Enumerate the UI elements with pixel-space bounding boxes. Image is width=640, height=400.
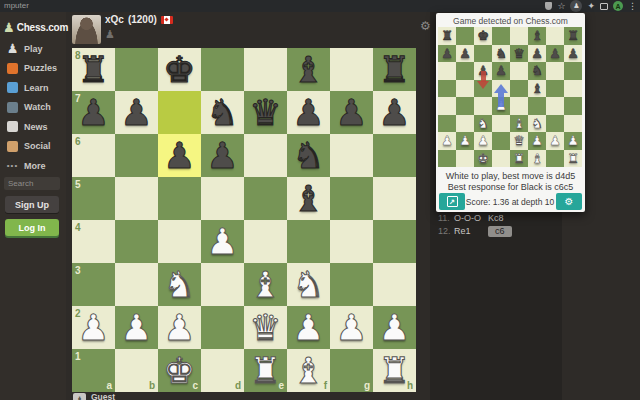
mini-piece-black-a8: ♜ <box>438 27 456 45</box>
rank-label-4: 4 <box>75 222 81 233</box>
square-e5[interactable] <box>244 177 287 220</box>
square-f7[interactable]: ♟ <box>287 91 330 134</box>
piece-black-f5: ♝ <box>287 177 330 220</box>
mini-square-f7: ♟ <box>528 45 546 63</box>
shield-icon[interactable] <box>545 2 552 10</box>
sidebar-item-label: Learn <box>24 83 49 93</box>
file-label-g: g <box>364 380 370 391</box>
mini-square-f1: ♝ <box>528 150 546 168</box>
social-icon <box>7 141 18 152</box>
sidebar-item-label: News <box>24 122 48 132</box>
sidebar-item-social[interactable]: Social <box>0 137 66 157</box>
piece-black-a8: ♜ <box>72 48 115 91</box>
square-d5[interactable] <box>201 177 244 220</box>
mini-square-b5 <box>456 80 474 98</box>
square-g6[interactable] <box>330 134 373 177</box>
mini-piece-white-g2: ♟ <box>546 132 564 150</box>
canada-flag-icon <box>161 16 173 24</box>
square-a7[interactable]: 7♟ <box>72 91 115 134</box>
mini-square-c7 <box>474 45 492 63</box>
square-e3[interactable]: ♝ <box>244 263 287 306</box>
sidebar: ♟ Chess.com ♟ Play Puzzles Learn Watch <box>0 12 66 400</box>
square-g8[interactable] <box>330 48 373 91</box>
piece-black-b7: ♟ <box>115 91 158 134</box>
piece-black-h8: ♜ <box>373 48 416 91</box>
square-b5[interactable] <box>115 177 158 220</box>
piece-white-c2: ♟ <box>158 306 201 349</box>
square-b6[interactable] <box>115 134 158 177</box>
sidebar-item-label: Play <box>24 44 43 54</box>
mini-square-d8 <box>492 27 510 45</box>
piece-white-d4: ♟ <box>201 220 244 263</box>
sidebar-item-label: Social <box>24 141 51 151</box>
captured-pieces: ♟ <box>105 28 115 41</box>
piece-black-g7: ♟ <box>330 91 373 134</box>
sidebar-item-puzzles[interactable]: Puzzles <box>0 59 66 79</box>
mini-square-a1 <box>438 150 456 168</box>
mini-square-c2: ♟ <box>474 132 492 150</box>
mini-piece-black-h8: ♜ <box>564 27 582 45</box>
sidebar-item-news[interactable]: News <box>0 117 66 137</box>
square-h1[interactable]: h♜ <box>373 349 416 392</box>
login-button[interactable]: Log In <box>5 219 59 236</box>
mini-piece-black-b7: ♟ <box>456 45 474 63</box>
mini-square-h7: ♟ <box>564 45 582 63</box>
square-a2[interactable]: 2♟ <box>72 306 115 349</box>
news-icon <box>7 121 18 132</box>
piece-white-f1: ♝ <box>287 349 330 392</box>
square-b1[interactable]: b <box>115 349 158 392</box>
search-input[interactable] <box>4 177 60 190</box>
browser-topbar: mputer ☆ ♟ ✦ A ⋮ <box>0 0 640 12</box>
mini-square-d1 <box>492 150 510 168</box>
piece-black-c6: ♟ <box>158 134 201 177</box>
mini-square-e8 <box>510 27 528 45</box>
sidebar-item-more[interactable]: ••• More <box>0 156 66 176</box>
piece-black-c8: ♚ <box>158 48 201 91</box>
sidebar-item-label: More <box>24 161 46 171</box>
piece-white-c3: ♞ <box>158 263 201 306</box>
file-label-a: a <box>106 380 112 391</box>
mini-square-e4 <box>510 97 528 115</box>
extension-active-icon[interactable]: ♟ <box>570 0 582 12</box>
mini-piece-white-h1: ♜ <box>564 150 582 168</box>
square-e8[interactable] <box>244 48 287 91</box>
mini-piece-white-h2: ♟ <box>564 132 582 150</box>
mini-square-d7: ♞ <box>492 45 510 63</box>
piece-white-f3: ♞ <box>287 263 330 306</box>
player-username[interactable]: Guest <box>91 392 115 400</box>
mini-square-a3 <box>438 115 456 133</box>
move-black-selected[interactable]: c6 <box>488 226 512 237</box>
mini-square-e5 <box>510 80 528 98</box>
mini-square-b8 <box>456 27 474 45</box>
square-e4[interactable] <box>244 220 287 263</box>
profile-avatar-icon[interactable]: A <box>613 1 623 11</box>
file-label-d: d <box>235 380 241 391</box>
mini-piece-white-e3: ♝ <box>510 115 528 133</box>
open-external-icon: ↗ <box>447 196 458 207</box>
logo-text: Chess.com <box>17 22 69 33</box>
move-white[interactable]: O-O-O <box>454 213 488 223</box>
mini-piece-white-f2: ♟ <box>528 132 546 150</box>
best-move-text: White to play, best move is d4d5 <box>436 171 585 181</box>
mini-square-e6 <box>510 62 528 80</box>
sidebar-item-learn[interactable]: Learn <box>0 78 66 98</box>
mini-square-h4 <box>564 97 582 115</box>
mini-square-b2: ♟ <box>456 132 474 150</box>
piece-black-a7: ♟ <box>72 91 115 134</box>
piece-black-f8: ♝ <box>287 48 330 91</box>
mini-square-d6: ♟ <box>492 62 510 80</box>
mini-square-f2: ♟ <box>528 132 546 150</box>
square-e1[interactable]: e♜ <box>244 349 287 392</box>
mini-square-h2: ♟ <box>564 132 582 150</box>
mini-piece-white-e1: ♜ <box>510 150 528 168</box>
square-h6[interactable] <box>373 134 416 177</box>
mini-square-c1: ♚ <box>474 150 492 168</box>
mini-square-a8: ♜ <box>438 27 456 45</box>
square-d8[interactable] <box>201 48 244 91</box>
mini-square-c4 <box>474 97 492 115</box>
sidebar-item-label: Watch <box>24 102 51 112</box>
response-arrow-head <box>477 81 489 89</box>
mini-square-e1: ♜ <box>510 150 528 168</box>
mini-square-g1 <box>546 150 564 168</box>
piece-white-e2: ♛ <box>244 306 287 349</box>
mini-square-c3: ♞ <box>474 115 492 133</box>
square-e7[interactable]: ♛ <box>244 91 287 134</box>
square-f1[interactable]: f♝ <box>287 349 330 392</box>
square-c4[interactable] <box>158 220 201 263</box>
play-icon: ♟ <box>7 43 19 54</box>
square-f6[interactable]: ♞ <box>287 134 330 177</box>
mini-square-g2: ♟ <box>546 132 564 150</box>
mini-square-b1 <box>456 150 474 168</box>
mini-square-b6 <box>456 62 474 80</box>
sidebar-item-play[interactable]: ♟ Play <box>0 39 66 59</box>
mini-piece-white-e2: ♛ <box>510 132 528 150</box>
square-f2[interactable]: ♟ <box>287 306 330 349</box>
mini-square-c8: ♚ <box>474 27 492 45</box>
extensions-puzzle-icon[interactable]: ✦ <box>587 1 595 11</box>
square-d3[interactable] <box>201 263 244 306</box>
piece-white-e1: ♜ <box>244 349 287 392</box>
popup-settings-button[interactable]: ⚙ <box>556 193 582 210</box>
opponent-name-row: xQc (1200) <box>105 14 173 25</box>
square-d4[interactable]: ♟ <box>201 220 244 263</box>
move-white[interactable]: Re1 <box>454 226 488 236</box>
file-label-b: b <box>149 380 155 391</box>
square-a4[interactable]: 4 <box>72 220 115 263</box>
browser-tab-title[interactable]: mputer <box>4 1 29 10</box>
chesscom-logo[interactable]: ♟ Chess.com <box>3 20 68 35</box>
mini-square-h8: ♜ <box>564 27 582 45</box>
square-h3[interactable] <box>373 263 416 306</box>
square-g4[interactable] <box>330 220 373 263</box>
piece-white-c1: ♚ <box>158 349 201 392</box>
rank-label-3: 3 <box>75 265 81 276</box>
mini-square-f6: ♞ <box>528 62 546 80</box>
mini-square-h5 <box>564 80 582 98</box>
mini-square-g5 <box>546 80 564 98</box>
square-f5[interactable]: ♝ <box>287 177 330 220</box>
piece-white-e3: ♝ <box>244 263 287 306</box>
piece-black-d7: ♞ <box>201 91 244 134</box>
square-f4[interactable] <box>287 220 330 263</box>
mini-square-d3 <box>492 115 510 133</box>
mini-piece-white-b2: ♟ <box>456 132 474 150</box>
mini-square-h1: ♜ <box>564 150 582 168</box>
square-b4[interactable] <box>115 220 158 263</box>
move-row-12: 12. Re1 c6 <box>438 225 512 237</box>
square-d6[interactable]: ♟ <box>201 134 244 177</box>
mini-piece-black-f8: ♝ <box>528 27 546 45</box>
piece-white-h1: ♜ <box>373 349 416 392</box>
piece-white-b2: ♟ <box>115 306 158 349</box>
mini-square-f3: ♞ <box>528 115 546 133</box>
mini-piece-black-d6: ♟ <box>492 62 510 80</box>
mini-piece-white-c1: ♚ <box>474 150 492 168</box>
piece-white-g2: ♟ <box>330 306 373 349</box>
analysis-mini-board: ♜♚♝♜♟♟♞♛♟♟♟♟♟♞♝♟♞♝♞♟♟♟♛♟♟♟♚♜♝♜ <box>438 27 582 167</box>
piece-black-f6: ♞ <box>287 134 330 177</box>
square-b2[interactable]: ♟ <box>115 306 158 349</box>
square-h4[interactable] <box>373 220 416 263</box>
logo-pawn-icon: ♟ <box>3 20 15 35</box>
sidebar-nav: ♟ Play Puzzles Learn Watch News Socia <box>0 39 66 176</box>
mini-piece-black-f5: ♝ <box>528 80 546 98</box>
piece-black-e7: ♛ <box>244 91 287 134</box>
mini-square-f8: ♝ <box>528 27 546 45</box>
mini-square-d2 <box>492 132 510 150</box>
mini-square-h3 <box>564 115 582 133</box>
mini-square-g3 <box>546 115 564 133</box>
mini-square-g7: ♟ <box>546 45 564 63</box>
puzzles-icon <box>7 63 18 74</box>
piece-white-f2: ♟ <box>287 306 330 349</box>
square-g7[interactable]: ♟ <box>330 91 373 134</box>
square-e6[interactable] <box>244 134 287 177</box>
mini-square-h6 <box>564 62 582 80</box>
square-g5[interactable] <box>330 177 373 220</box>
square-b3[interactable] <box>115 263 158 306</box>
square-b7[interactable]: ♟ <box>115 91 158 134</box>
more-dots-icon: ••• <box>7 160 18 171</box>
extension-popup: Game detected on Chess.com ♜♚♝♜♟♟♞♛♟♟♟♟♟… <box>436 13 585 212</box>
mini-piece-black-f7: ♟ <box>528 45 546 63</box>
mini-piece-black-h7: ♟ <box>564 45 582 63</box>
square-a5[interactable]: 5 <box>72 177 115 220</box>
move-row-11: 11. O-O-O Kc8 <box>438 212 504 224</box>
browser-toolbar-icons: ☆ ♟ ✦ A ⋮ <box>545 0 637 12</box>
square-c2[interactable]: ♟ <box>158 306 201 349</box>
square-b8[interactable] <box>115 48 158 91</box>
square-e2[interactable]: ♛ <box>244 306 287 349</box>
square-c1[interactable]: c♚ <box>158 349 201 392</box>
move-number: 12. <box>438 226 454 236</box>
square-h7[interactable]: ♟ <box>373 91 416 134</box>
opponent-rating: (1200) <box>128 14 157 25</box>
square-f3[interactable]: ♞ <box>287 263 330 306</box>
square-f8[interactable]: ♝ <box>287 48 330 91</box>
mini-square-b4 <box>456 97 474 115</box>
square-h8[interactable]: ♜ <box>373 48 416 91</box>
chess-board: 8♜♚♝♜7♟♟♞♛♟♟♟6♟♟♞5♝4♟3♞♝♞2♟♟♟♛♟♟♟1abc♚de… <box>72 48 416 392</box>
mini-piece-black-f6: ♞ <box>528 62 546 80</box>
best-response-text: Best response for Black is c6c5 <box>436 182 585 192</box>
square-c5[interactable] <box>158 177 201 220</box>
board-settings-gear-icon[interactable]: ⚙ <box>420 19 431 33</box>
square-d7[interactable]: ♞ <box>201 91 244 134</box>
mini-piece-white-c3: ♞ <box>474 115 492 133</box>
mini-square-f4 <box>528 97 546 115</box>
square-g2[interactable]: ♟ <box>330 306 373 349</box>
mini-piece-white-f1: ♝ <box>528 150 546 168</box>
engine-score: Score: 1.36 at depth 10 <box>465 193 555 210</box>
bookmark-star-icon[interactable]: ☆ <box>557 1 565 11</box>
mini-square-a6 <box>438 62 456 80</box>
open-external-button[interactable]: ↗ <box>439 193 465 210</box>
mini-square-a7: ♟ <box>438 45 456 63</box>
mini-piece-black-c8: ♚ <box>474 27 492 45</box>
square-c7[interactable] <box>158 91 201 134</box>
learn-icon <box>7 82 18 93</box>
mini-piece-black-a7: ♟ <box>438 45 456 63</box>
square-g3[interactable] <box>330 263 373 306</box>
sidebar-item-label: Puzzles <box>24 63 57 73</box>
piece-white-a2: ♟ <box>72 306 115 349</box>
screen: mputer ☆ ♟ ✦ A ⋮ ♟ Chess.com ♟ Play Puzz… <box>0 0 640 400</box>
square-d2[interactable] <box>201 306 244 349</box>
square-c8[interactable]: ♚ <box>158 48 201 91</box>
sidebar-item-watch[interactable]: Watch <box>0 98 66 118</box>
rank-label-6: 6 <box>75 136 81 147</box>
watch-icon <box>7 102 18 113</box>
opponent-username[interactable]: xQc <box>105 14 124 25</box>
mini-square-f5: ♝ <box>528 80 546 98</box>
rank-label-1: 1 <box>75 351 81 362</box>
square-d1[interactable]: d <box>201 349 244 392</box>
rank-label-5: 5 <box>75 179 81 190</box>
square-a6[interactable]: 6 <box>72 134 115 177</box>
square-h5[interactable] <box>373 177 416 220</box>
signup-button[interactable]: Sign Up <box>5 196 59 213</box>
mini-piece-black-d7: ♞ <box>492 45 510 63</box>
square-h2[interactable]: ♟ <box>373 306 416 349</box>
move-number: 11. <box>438 213 454 223</box>
player-avatar[interactable]: ♟ <box>73 393 86 400</box>
side-panel-icon[interactable] <box>600 3 608 10</box>
piece-black-h7: ♟ <box>373 91 416 134</box>
best-move-arrow <box>498 93 504 107</box>
mini-square-e7: ♛ <box>510 45 528 63</box>
mini-square-g8 <box>546 27 564 45</box>
mini-piece-black-e7: ♛ <box>510 45 528 63</box>
piece-black-f7: ♟ <box>287 91 330 134</box>
mini-square-b7: ♟ <box>456 45 474 63</box>
mini-piece-white-c2: ♟ <box>474 132 492 150</box>
square-c6[interactable]: ♟ <box>158 134 201 177</box>
opponent-avatar[interactable] <box>72 15 101 44</box>
mini-piece-white-f3: ♞ <box>528 115 546 133</box>
mini-piece-black-g7: ♟ <box>546 45 564 63</box>
move-black[interactable]: Kc8 <box>488 213 504 223</box>
mini-piece-white-a2: ♟ <box>438 132 456 150</box>
mini-square-a2: ♟ <box>438 132 456 150</box>
mini-square-e2: ♛ <box>510 132 528 150</box>
piece-black-d6: ♟ <box>201 134 244 177</box>
square-c3[interactable]: ♞ <box>158 263 201 306</box>
menu-kebab-icon[interactable]: ⋮ <box>628 1 637 11</box>
popup-title: Game detected on Chess.com <box>436 16 585 26</box>
square-a1[interactable]: 1a <box>72 349 115 392</box>
mini-square-a4 <box>438 97 456 115</box>
square-a8[interactable]: 8♜ <box>72 48 115 91</box>
square-g1[interactable]: g <box>330 349 373 392</box>
mini-square-e3: ♝ <box>510 115 528 133</box>
mini-square-g6 <box>546 62 564 80</box>
square-a3[interactable]: 3 <box>72 263 115 306</box>
mini-square-b3 <box>456 115 474 133</box>
mini-square-g4 <box>546 97 564 115</box>
piece-white-h2: ♟ <box>373 306 416 349</box>
mini-square-a5 <box>438 80 456 98</box>
